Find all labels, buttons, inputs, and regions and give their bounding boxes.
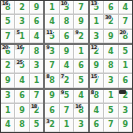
cage-sum-label: 30 (104, 15, 112, 20)
cell-digit: 9 (78, 18, 84, 26)
cell-digit: 8 (49, 77, 55, 85)
cell-digit: 6 (94, 121, 100, 129)
cell-digit: 3 (34, 62, 40, 70)
cell-r2c3[interactable]: 6 (30, 15, 43, 28)
cell-r5c8[interactable]: 8 (104, 60, 117, 73)
cell-r2c5[interactable]: 8 (60, 15, 73, 28)
cell-r7c8[interactable]: 1 (104, 90, 117, 103)
cell-digit: 6 (49, 107, 55, 115)
cell-digit: 7 (49, 62, 55, 70)
cage-sum-label: 20 (119, 30, 127, 35)
cell-r5c2[interactable]: 255 (15, 60, 28, 73)
cell-digit: 7 (64, 107, 70, 115)
box-r1c3: 135641302739208 (90, 1, 132, 43)
cell-r7c2[interactable]: 6 (15, 90, 28, 103)
box-r3c1: 36719182485 (1, 90, 43, 132)
cage-sum-label: 13 (90, 1, 98, 6)
cell-digit: 5 (108, 107, 114, 115)
cell-r8c1[interactable]: 1 (1, 104, 14, 117)
cell-r9c4[interactable]: 32 (45, 119, 58, 132)
cell-digit: 1 (49, 4, 55, 12)
cell-digit: 1 (5, 107, 11, 115)
cell-digit: 2 (19, 4, 25, 12)
cell-digit: 4 (19, 77, 25, 85)
cell-digit: 9 (94, 62, 100, 70)
cell-digit: 8 (108, 62, 114, 70)
cell-r7c6[interactable]: 4 (74, 90, 87, 103)
cell-r6c7[interactable]: 157 (90, 74, 103, 87)
cell-digit: 4 (64, 62, 70, 70)
cell-r6c6[interactable]: 5 (74, 74, 87, 87)
cell-digit: 7 (34, 92, 40, 100)
cage-sum-label: 18 (30, 104, 38, 109)
cage-sum-label: 20 (1, 45, 9, 50)
cell-r1c7[interactable]: 135 (90, 1, 103, 14)
cell-r7c1[interactable]: 3 (1, 90, 14, 103)
cage-sum-label: 9 (74, 30, 79, 35)
cell-r3c7[interactable]: 3 (90, 30, 103, 43)
cell-r1c3[interactable]: 9 (30, 1, 43, 14)
cell-r9c3[interactable]: 5 (30, 119, 43, 132)
cell-digit: 8 (64, 18, 70, 26)
cell-r1c1[interactable]: 168 (1, 1, 14, 14)
cage-sum-label: 5 (15, 30, 20, 35)
cage-sum-label: 16 (74, 104, 82, 109)
cage-sum-label: 9 (60, 90, 65, 95)
cell-r3c3[interactable]: 4 (30, 30, 43, 43)
cell-digit: 4 (108, 48, 114, 56)
cage-sum-label: 3 (45, 119, 50, 124)
cell-r8c6[interactable]: 168 (74, 104, 87, 117)
cell-r9c2[interactable]: 8 (15, 119, 28, 132)
cell-digit: 9 (19, 107, 25, 115)
cell-digit: 5 (122, 48, 128, 56)
cell-r7c9[interactable]: 2 (119, 90, 132, 103)
cell-r7c4[interactable]: 9 (45, 90, 58, 103)
cell-digit: 6 (78, 62, 84, 70)
cell-digit: 7 (122, 18, 128, 26)
cell-r5c5[interactable]: 4 (60, 60, 73, 73)
cage-sum-label: 15 (90, 74, 98, 79)
cell-digit: 9 (49, 92, 55, 100)
cell-r6c1[interactable]: 9 (1, 74, 14, 87)
cell-r3c9[interactable]: 208 (119, 30, 132, 43)
cell-digit: 3 (108, 77, 114, 85)
cell-r2c6[interactable]: 9 (74, 15, 87, 28)
cage-sum-label: 9 (45, 45, 50, 50)
cell-digit: 4 (94, 107, 100, 115)
cell-r2c9[interactable]: 7 (119, 15, 132, 28)
cell-r1c5[interactable]: 103 (60, 1, 73, 14)
cell-digit: 1 (94, 18, 100, 26)
cell-r1c2[interactable]: 2 (15, 1, 28, 14)
cell-r7c7[interactable]: 88 (90, 90, 103, 103)
cell-r4c1[interactable]: 206 (1, 45, 14, 58)
cell-r3c8[interactable]: 9 (104, 30, 117, 43)
cage-sum-label: 8 (45, 74, 50, 79)
cell-digit: 5 (5, 18, 11, 26)
cage-sum-label: 8 (90, 90, 95, 95)
box-r1c1: 168295367514 (1, 1, 43, 43)
cell-digit: 6 (122, 77, 128, 85)
cell-digit: 4 (122, 4, 128, 12)
cell-digit: 7 (108, 121, 114, 129)
cell-r2c4[interactable]: 4 (45, 15, 58, 28)
cell-r1c9[interactable]: 4 (119, 1, 132, 14)
cell-digit: 3 (94, 33, 100, 41)
cell-r6c5[interactable]: 72 (60, 74, 73, 87)
box-r2c1: 206167822553941 (1, 45, 43, 87)
cell-digit: 1 (108, 92, 114, 100)
cell-r6c8[interactable]: 3 (104, 74, 117, 87)
cell-r9c1[interactable]: 4 (1, 119, 14, 132)
cell-digit: 5 (34, 121, 40, 129)
cell-r1c4[interactable]: 1 (45, 1, 58, 14)
cell-r8c5[interactable]: 7 (60, 104, 73, 117)
cell-r4c4[interactable]: 93 (45, 45, 58, 58)
cell-r4c2[interactable]: 167 (15, 45, 28, 58)
cell-r6c9[interactable]: 6 (119, 74, 132, 87)
cell-r4c9[interactable]: 5 (119, 45, 132, 58)
cell-r8c7[interactable]: 4 (90, 104, 103, 117)
cell-digit: 4 (78, 92, 84, 100)
cell-digit: 3 (78, 121, 84, 129)
cell-digit: 1 (122, 62, 128, 70)
cell-digit: 3 (49, 48, 55, 56)
cell-digit: 7 (5, 33, 11, 41)
cell-r3c2[interactable]: 51 (15, 30, 28, 43)
cell-r2c8[interactable]: 302 (104, 15, 117, 28)
cell-r7c5[interactable]: 95 (60, 90, 73, 103)
box-r1c2: 11037489115692 (45, 1, 87, 43)
cell-r5c3[interactable]: 3 (30, 60, 43, 73)
cell-digit: 1 (78, 48, 84, 56)
cell-digit: 1 (34, 77, 40, 85)
cell-r6c4[interactable]: 88 (45, 74, 58, 87)
cell-digit: 1 (19, 33, 25, 41)
cell-digit: 6 (64, 33, 70, 41)
cell-digit: 8 (19, 121, 25, 129)
cell-digit: 9 (122, 121, 128, 129)
cell-r9c6[interactable]: 3 (74, 119, 87, 132)
cage-sum-label: 16 (1, 1, 9, 6)
cell-digit: 6 (108, 4, 114, 12)
cell-digit: 4 (34, 33, 40, 41)
cage-sum-label: 12 (90, 45, 98, 50)
cell-r5c6[interactable]: 6 (74, 60, 87, 73)
cell-digit: 1 (64, 121, 70, 129)
box-r2c3: 1224598115736 (90, 45, 132, 87)
cell-digit: 9 (34, 4, 40, 12)
cell-r2c7[interactable]: 1 (90, 15, 103, 28)
cell-digit: 3 (5, 92, 11, 100)
cell-r6c2[interactable]: 4 (15, 74, 28, 87)
cell-r9c8[interactable]: 7 (104, 119, 117, 132)
cell-r8c8[interactable]: 5 (104, 104, 117, 117)
cell-r2c2[interactable]: 3 (15, 15, 28, 28)
cell-r8c4[interactable]: 6 (45, 104, 58, 117)
cell-r8c2[interactable]: 9 (15, 104, 28, 117)
cell-r4c6[interactable]: 1 (74, 45, 87, 58)
cell-digit: 3 (19, 18, 25, 26)
cell-r4c5[interactable]: 9 (60, 45, 73, 58)
cell-r1c6[interactable]: 7 (74, 1, 87, 14)
cell-r7c3[interactable]: 7 (30, 90, 43, 103)
cell-r4c7[interactable]: 122 (90, 45, 103, 58)
cage-sum-label: 25 (15, 60, 23, 65)
cell-r9c7[interactable]: 6 (90, 119, 103, 132)
cell-r8c3[interactable]: 182 (30, 104, 43, 117)
box-r3c2: 9954671683213 (45, 90, 87, 132)
cell-r5c7[interactable]: 9 (90, 60, 103, 73)
cell-r3c1[interactable]: 7 (1, 30, 14, 43)
box-r3c3: 8812453679 (90, 90, 132, 132)
cell-digit: 6 (34, 18, 40, 26)
cell-digit: 7 (78, 4, 84, 12)
cell-digit: 3 (122, 107, 128, 115)
cell-r4c3[interactable]: 8 (30, 45, 43, 58)
cell-r9c9[interactable]: 9 (119, 119, 132, 132)
cage-sum-label: 7 (60, 74, 65, 79)
cage-dark-marker (119, 90, 126, 94)
cell-digit: 9 (108, 33, 114, 41)
cell-digit: 2 (49, 121, 55, 129)
cell-r3c4[interactable]: 115 (45, 30, 58, 43)
cell-r5c1[interactable]: 2 (1, 60, 14, 73)
cell-digit: 8 (34, 48, 40, 56)
cell-r5c4[interactable]: 7 (45, 60, 58, 73)
cell-digit: 9 (5, 77, 11, 85)
cell-digit: 6 (19, 92, 25, 100)
cell-digit: 9 (64, 48, 70, 56)
cage-sum-label: 16 (15, 45, 23, 50)
cage-sum-label: 10 (60, 1, 68, 6)
cell-digit: 2 (5, 62, 11, 70)
cell-r9c5[interactable]: 1 (60, 119, 73, 132)
cell-r8c9[interactable]: 3 (119, 104, 132, 117)
box-r2c2: 939174688725 (45, 45, 87, 87)
cage-sum-label: 11 (45, 30, 53, 35)
cell-digit: 5 (78, 77, 84, 85)
cell-r4c8[interactable]: 4 (104, 45, 117, 58)
cell-r6c3[interactable]: 1 (30, 74, 43, 87)
cell-r3c5[interactable]: 6 (60, 30, 73, 43)
sudoku-board: 1682953675141103748911569213564130273920… (0, 0, 133, 133)
cell-r2c1[interactable]: 5 (1, 15, 14, 28)
cell-digit: 4 (5, 121, 11, 129)
cell-digit: 4 (49, 18, 55, 26)
cell-r3c6[interactable]: 92 (74, 30, 87, 43)
cell-r1c8[interactable]: 6 (104, 1, 117, 14)
cell-r5c9[interactable]: 1 (119, 60, 132, 73)
